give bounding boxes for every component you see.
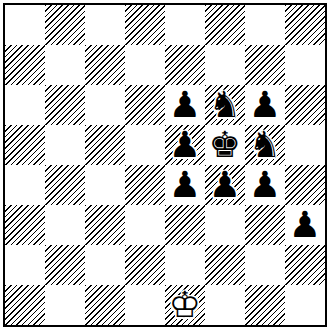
square-c3[interactable] [85,205,125,245]
square-a8[interactable] [5,5,45,45]
square-c1[interactable] [85,285,125,325]
square-g3[interactable] [245,205,285,245]
square-a7[interactable] [5,45,45,85]
square-f5[interactable]: ♚ [205,125,245,165]
square-f1[interactable] [205,285,245,325]
piece-black-pawn-h3: ♟ [289,207,321,243]
square-f8[interactable] [205,5,245,45]
square-g7[interactable] [245,45,285,85]
square-e6[interactable]: ♟ [165,85,205,125]
square-e4[interactable]: ♟ [165,165,205,205]
piece-black-knight-f6: ♞ [209,87,241,123]
square-f7[interactable] [205,45,245,85]
piece-black-pawn-g4: ♟ [249,167,281,203]
square-g8[interactable] [245,5,285,45]
square-a2[interactable] [5,245,45,285]
square-d7[interactable] [125,45,165,85]
piece-black-pawn-e6: ♟ [169,87,201,123]
square-c6[interactable] [85,85,125,125]
square-g2[interactable] [245,245,285,285]
square-c8[interactable] [85,5,125,45]
square-e8[interactable] [165,5,205,45]
square-b5[interactable] [45,125,85,165]
square-b1[interactable] [45,285,85,325]
piece-black-pawn-f4: ♟ [209,167,241,203]
piece-black-knight-g5: ♞ [249,127,281,163]
square-g4[interactable]: ♟ [245,165,285,205]
square-h2[interactable] [285,245,325,285]
square-f3[interactable] [205,205,245,245]
board: ♟♞♟♟♚♞♟♟♟♟♚♔ [5,5,325,325]
square-e7[interactable] [165,45,205,85]
square-g6[interactable]: ♟ [245,85,285,125]
square-e2[interactable] [165,245,205,285]
square-b3[interactable] [45,205,85,245]
square-b2[interactable] [45,245,85,285]
square-h1[interactable] [285,285,325,325]
square-d1[interactable] [125,285,165,325]
square-e5[interactable]: ♟ [165,125,205,165]
square-c4[interactable] [85,165,125,205]
square-g1[interactable] [245,285,285,325]
square-e3[interactable] [165,205,205,245]
square-b6[interactable] [45,85,85,125]
piece-black-pawn-e4: ♟ [169,167,201,203]
piece-black-pawn-g6: ♟ [249,87,281,123]
white-king-outline-glyph: ♔ [165,285,205,325]
square-a3[interactable] [5,205,45,245]
square-d4[interactable] [125,165,165,205]
square-a6[interactable] [5,85,45,125]
square-a5[interactable] [5,125,45,165]
piece-black-pawn-e5: ♟ [169,127,201,163]
square-h4[interactable] [285,165,325,205]
square-d8[interactable] [125,5,165,45]
square-e1[interactable]: ♚♔ [165,285,205,325]
square-c5[interactable] [85,125,125,165]
square-b7[interactable] [45,45,85,85]
square-a4[interactable] [5,165,45,205]
square-f2[interactable] [205,245,245,285]
piece-white-king-e1: ♚♔ [165,285,205,325]
square-d3[interactable] [125,205,165,245]
square-f6[interactable]: ♞ [205,85,245,125]
square-h5[interactable] [285,125,325,165]
square-h7[interactable] [285,45,325,85]
square-c7[interactable] [85,45,125,85]
square-f4[interactable]: ♟ [205,165,245,205]
square-d2[interactable] [125,245,165,285]
square-b8[interactable] [45,5,85,45]
square-b4[interactable] [45,165,85,205]
square-d6[interactable] [125,85,165,125]
chess-board-frame: ♟♞♟♟♚♞♟♟♟♟♚♔ [3,3,327,327]
square-c2[interactable] [85,245,125,285]
square-h8[interactable] [285,5,325,45]
square-a1[interactable] [5,285,45,325]
square-g5[interactable]: ♞ [245,125,285,165]
square-h3[interactable]: ♟ [285,205,325,245]
square-d5[interactable] [125,125,165,165]
square-h6[interactable] [285,85,325,125]
piece-black-king-f5: ♚ [209,127,241,163]
